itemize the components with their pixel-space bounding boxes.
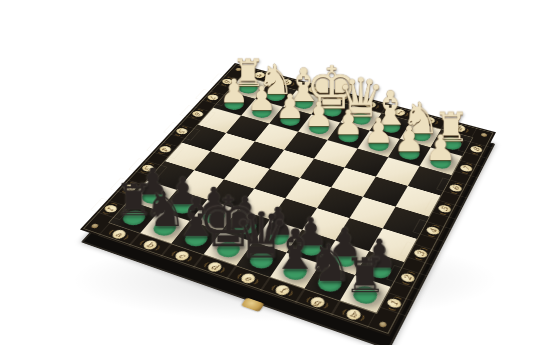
scrollwork-ornament: ( — [425, 233, 435, 238]
scrollwork-ornament: ) — [405, 270, 416, 275]
scrollwork-ornament: ) — [123, 233, 131, 240]
scrollwork-ornament: ( — [170, 249, 178, 256]
file-label-medallion: c — [173, 250, 191, 262]
scrollwork-ornament: ) — [418, 246, 428, 251]
white-pawn[interactable]: ♟ — [394, 122, 425, 157]
scrollwork-ornament: ( — [448, 190, 458, 194]
border-ornament-cell: (7) — [447, 158, 485, 178]
file-label-medallion: h — [344, 308, 362, 322]
scrollwork-ornament: ) — [431, 223, 441, 228]
white-pawn[interactable]: ♟ — [247, 82, 277, 115]
rank-label-medallion: 3 — [413, 248, 429, 259]
rank-label-medallion: 6 — [448, 184, 463, 193]
scrollwork-ornament: ) — [154, 244, 162, 251]
scrollwork-ornament: ) — [442, 202, 452, 207]
black-rook[interactable]: ♜ — [344, 252, 387, 300]
white-pawn[interactable]: ♟ — [275, 90, 305, 123]
scrollwork-ornament: ) — [186, 255, 194, 262]
scrollwork-ornament: ) — [219, 266, 227, 273]
scrollwork-ornament: ( — [437, 211, 447, 216]
rank-label-medallion: 5 — [437, 204, 452, 214]
scrollwork-ornament: ) — [453, 181, 463, 185]
file-label-medallion: f — [273, 284, 291, 297]
scrollwork-ornament: ( — [386, 306, 397, 312]
photo-scene: ♜♞♝♚♛♝♞♜♟♟♟♟♟♟♟♟♟♟♟♟♟♟♟♟♜♞♝♚♛♝♞♜ (a)(b)(… — [0, 0, 560, 345]
white-pawn[interactable]: ♟ — [304, 98, 334, 132]
scrollwork-ornament: ( — [400, 281, 411, 286]
scrollwork-ornament: ) — [102, 211, 112, 216]
white-pawn[interactable]: ♟ — [333, 106, 364, 140]
file-label-medallion: a — [110, 228, 128, 240]
rank-label-medallion: 2 — [400, 272, 416, 283]
file-label-medallion: d — [206, 261, 224, 274]
file-label-medallion: e — [239, 272, 257, 285]
scrollwork-ornament: ( — [413, 256, 423, 261]
scrollwork-ornament: ) — [392, 295, 403, 301]
white-pawn[interactable]: ♟ — [363, 114, 394, 149]
border-ornament-cell: (8) — [458, 140, 495, 159]
file-label-medallion: b — [141, 239, 159, 251]
file-label-medallion: g — [308, 295, 326, 309]
rank-label-medallion: 1 — [386, 297, 403, 309]
rank-label-medallion: 4 — [425, 226, 441, 236]
